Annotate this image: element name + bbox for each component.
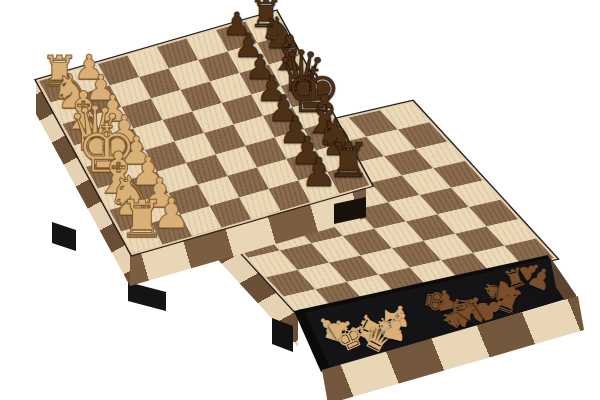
product-photo-scene: ♜♟♝♟♞♟♛♟♚♟♝♜♟♞♟♝♜♛♟♞♚♟♝♟♟ ♜♞♝♛♚♝♞♜♟♟♟♟♟♟… xyxy=(0,0,600,400)
drawer-piece-black-king: ♚ xyxy=(420,287,450,315)
drawer-piece-white-bishop: ♝ xyxy=(381,303,408,327)
